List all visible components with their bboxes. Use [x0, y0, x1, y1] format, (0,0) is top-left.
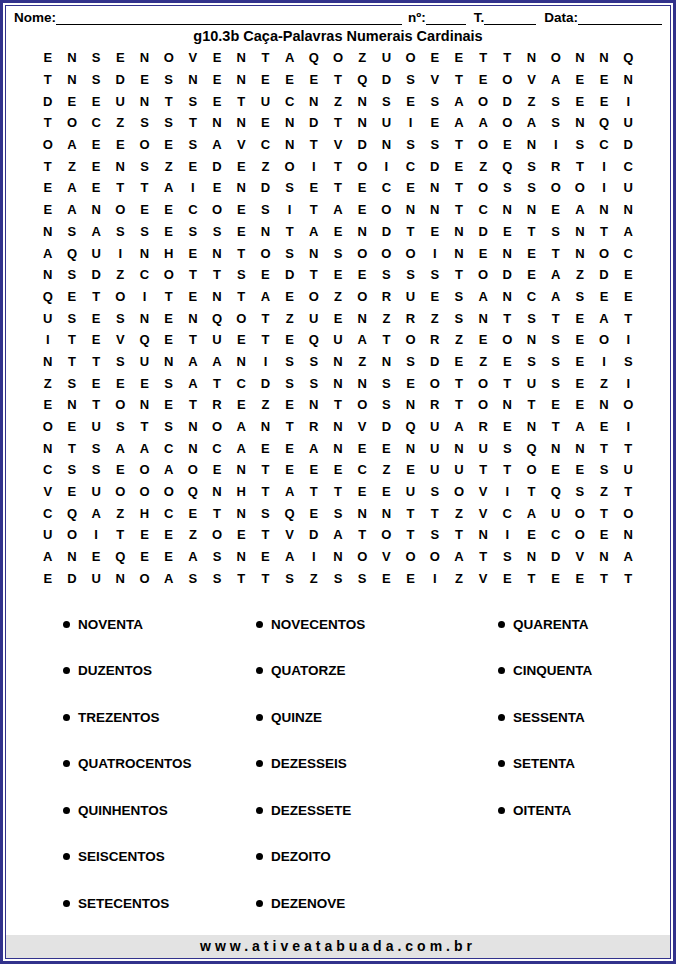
- grid-cell-r16c15[interactable]: S: [374, 372, 398, 394]
- grid-cell-r14c21[interactable]: N: [519, 329, 543, 351]
- grid-cell-r18c9[interactable]: A: [229, 416, 253, 438]
- grid-cell-r9c14[interactable]: N: [350, 221, 374, 243]
- grid-cell-r9c2[interactable]: S: [60, 221, 84, 243]
- grid-cell-r9c8[interactable]: S: [205, 221, 229, 243]
- grid-cell-r25c22[interactable]: E: [544, 568, 568, 590]
- grid-cell-r25c20[interactable]: E: [495, 568, 519, 590]
- grid-cell-r5c25[interactable]: D: [616, 134, 640, 156]
- grid-cell-r20c17[interactable]: U: [423, 459, 447, 481]
- grid-cell-r13c4[interactable]: S: [108, 307, 132, 329]
- grid-cell-r15c20[interactable]: E: [495, 351, 519, 373]
- grid-cell-r6c10[interactable]: Z: [253, 155, 277, 177]
- grid-cell-r3c5[interactable]: N: [132, 90, 156, 112]
- grid-cell-r17c17[interactable]: R: [423, 394, 447, 416]
- grid-cell-r2c10[interactable]: E: [253, 69, 277, 91]
- grid-cell-r25c23[interactable]: E: [568, 568, 592, 590]
- grid-cell-r8c11[interactable]: I: [278, 199, 302, 221]
- grid-cell-r11c24[interactable]: D: [592, 264, 616, 286]
- grid-cell-r24c4[interactable]: Q: [108, 546, 132, 568]
- grid-cell-r17c24[interactable]: N: [592, 394, 616, 416]
- grid-cell-r25c14[interactable]: S: [350, 568, 374, 590]
- grid-cell-r10c5[interactable]: N: [132, 242, 156, 264]
- grid-cell-r16c16[interactable]: E: [398, 372, 422, 394]
- grid-cell-r8c8[interactable]: O: [205, 199, 229, 221]
- grid-cell-r8c1[interactable]: E: [36, 199, 60, 221]
- grid-cell-r24c17[interactable]: O: [423, 546, 447, 568]
- grid-cell-r15c16[interactable]: S: [398, 351, 422, 373]
- grid-cell-r18c4[interactable]: S: [108, 416, 132, 438]
- grid-cell-r14c12[interactable]: Q: [302, 329, 326, 351]
- grid-cell-r10c4[interactable]: I: [108, 242, 132, 264]
- word-item-dezessete[interactable]: DEZESSETE: [256, 787, 498, 834]
- grid-cell-r6c25[interactable]: C: [616, 155, 640, 177]
- word-item-quatrocentos[interactable]: QUATROCENTOS: [63, 741, 256, 788]
- grid-cell-r10c13[interactable]: S: [326, 242, 350, 264]
- grid-cell-r19c6[interactable]: C: [157, 437, 181, 459]
- grid-cell-r22c2[interactable]: Q: [60, 502, 84, 524]
- grid-cell-r25c10[interactable]: T: [253, 568, 277, 590]
- grid-cell-r11c11[interactable]: D: [278, 264, 302, 286]
- grid-cell-r15c11[interactable]: S: [278, 351, 302, 373]
- grid-cell-r5c20[interactable]: E: [495, 134, 519, 156]
- grid-cell-r7c13[interactable]: T: [326, 177, 350, 199]
- grid-cell-r22c22[interactable]: U: [544, 502, 568, 524]
- grid-cell-r14c11[interactable]: E: [278, 329, 302, 351]
- grid-cell-r24c6[interactable]: E: [157, 546, 181, 568]
- grid-cell-r2c4[interactable]: D: [108, 69, 132, 91]
- grid-cell-r23c1[interactable]: U: [36, 524, 60, 546]
- grid-cell-r18c18[interactable]: A: [447, 416, 471, 438]
- grid-cell-r18c17[interactable]: U: [423, 416, 447, 438]
- grid-cell-r6c1[interactable]: T: [36, 155, 60, 177]
- grid-cell-r16c1[interactable]: Z: [36, 372, 60, 394]
- grid-cell-r19c19[interactable]: U: [471, 437, 495, 459]
- grid-cell-r16c13[interactable]: N: [326, 372, 350, 394]
- grid-cell-r18c15[interactable]: D: [374, 416, 398, 438]
- grid-cell-r18c21[interactable]: N: [519, 416, 543, 438]
- grid-cell-r7c6[interactable]: A: [157, 177, 181, 199]
- grid-cell-r13c5[interactable]: N: [132, 307, 156, 329]
- grid-cell-r20c7[interactable]: O: [181, 459, 205, 481]
- grid-cell-r16c14[interactable]: N: [350, 372, 374, 394]
- grid-cell-r10c12[interactable]: N: [302, 242, 326, 264]
- grid-cell-r19c25[interactable]: T: [616, 437, 640, 459]
- grid-cell-r8c4[interactable]: O: [108, 199, 132, 221]
- grid-cell-r18c24[interactable]: E: [592, 416, 616, 438]
- grid-cell-r2c24[interactable]: E: [592, 69, 616, 91]
- grid-cell-r22c5[interactable]: H: [132, 502, 156, 524]
- grid-cell-r24c14[interactable]: O: [350, 546, 374, 568]
- grid-cell-r18c14[interactable]: V: [350, 416, 374, 438]
- grid-cell-r23c10[interactable]: T: [253, 524, 277, 546]
- grid-cell-r1c14[interactable]: Z: [350, 47, 374, 69]
- grid-cell-r17c7[interactable]: T: [181, 394, 205, 416]
- grid-cell-r4c4[interactable]: Z: [108, 112, 132, 134]
- grid-cell-r6c12[interactable]: I: [302, 155, 326, 177]
- grid-cell-r6c11[interactable]: O: [278, 155, 302, 177]
- grid-cell-r21c14[interactable]: E: [350, 481, 374, 503]
- grid-cell-r7c22[interactable]: O: [544, 177, 568, 199]
- grid-cell-r20c3[interactable]: S: [84, 459, 108, 481]
- grid-cell-r21c10[interactable]: T: [253, 481, 277, 503]
- grid-cell-r17c5[interactable]: N: [132, 394, 156, 416]
- grid-cell-r15c14[interactable]: Z: [350, 351, 374, 373]
- grid-cell-r24c16[interactable]: O: [398, 546, 422, 568]
- grid-cell-r2c23[interactable]: E: [568, 69, 592, 91]
- grid-cell-r15c15[interactable]: N: [374, 351, 398, 373]
- grid-cell-r14c23[interactable]: E: [568, 329, 592, 351]
- grid-cell-r2c20[interactable]: O: [495, 69, 519, 91]
- grid-cell-r25c15[interactable]: E: [374, 568, 398, 590]
- grid-cell-r14c10[interactable]: T: [253, 329, 277, 351]
- grid-cell-r23c13[interactable]: A: [326, 524, 350, 546]
- grid-cell-r17c11[interactable]: E: [278, 394, 302, 416]
- grid-cell-r8c3[interactable]: N: [84, 199, 108, 221]
- grid-cell-r15c17[interactable]: D: [423, 351, 447, 373]
- grid-cell-r11c18[interactable]: T: [447, 264, 471, 286]
- grid-cell-r22c17[interactable]: T: [423, 502, 447, 524]
- grid-cell-r6c13[interactable]: T: [326, 155, 350, 177]
- grid-cell-r18c11[interactable]: T: [278, 416, 302, 438]
- grid-cell-r11c16[interactable]: S: [398, 264, 422, 286]
- grid-cell-r23c23[interactable]: O: [568, 524, 592, 546]
- grid-cell-r1c15[interactable]: U: [374, 47, 398, 69]
- grid-cell-r21c23[interactable]: S: [568, 481, 592, 503]
- grid-cell-r15c7[interactable]: A: [181, 351, 205, 373]
- grid-cell-r13c1[interactable]: U: [36, 307, 60, 329]
- grid-cell-r10c14[interactable]: O: [350, 242, 374, 264]
- grid-cell-r19c5[interactable]: A: [132, 437, 156, 459]
- grid-cell-r18c10[interactable]: N: [253, 416, 277, 438]
- grid-cell-r21c21[interactable]: T: [519, 481, 543, 503]
- grid-cell-r5c8[interactable]: A: [205, 134, 229, 156]
- grid-cell-r7c7[interactable]: I: [181, 177, 205, 199]
- grid-cell-r9c4[interactable]: S: [108, 221, 132, 243]
- grid-cell-r23c3[interactable]: I: [84, 524, 108, 546]
- grid-cell-r6c6[interactable]: Z: [157, 155, 181, 177]
- grid-cell-r3c22[interactable]: S: [544, 90, 568, 112]
- grid-cell-r5c14[interactable]: D: [350, 134, 374, 156]
- grid-cell-r9c15[interactable]: D: [374, 221, 398, 243]
- grid-cell-r19c16[interactable]: N: [398, 437, 422, 459]
- grid-cell-r18c20[interactable]: E: [495, 416, 519, 438]
- grid-cell-r23c8[interactable]: O: [205, 524, 229, 546]
- grid-cell-r17c9[interactable]: E: [229, 394, 253, 416]
- grid-cell-r25c9[interactable]: T: [229, 568, 253, 590]
- grid-cell-r16c22[interactable]: S: [544, 372, 568, 394]
- grid-cell-r5c1[interactable]: O: [36, 134, 60, 156]
- grid-cell-r14c24[interactable]: O: [592, 329, 616, 351]
- grid-cell-r15c8[interactable]: A: [205, 351, 229, 373]
- grid-cell-r12c15[interactable]: R: [374, 286, 398, 308]
- grid-cell-r4c13[interactable]: T: [326, 112, 350, 134]
- grid-cell-r24c20[interactable]: S: [495, 546, 519, 568]
- grid-cell-r18c3[interactable]: U: [84, 416, 108, 438]
- grid-cell-r13c18[interactable]: S: [447, 307, 471, 329]
- grid-cell-r21c19[interactable]: V: [471, 481, 495, 503]
- grid-cell-r12c9[interactable]: T: [229, 286, 253, 308]
- grid-cell-r24c1[interactable]: A: [36, 546, 60, 568]
- grid-cell-r13c3[interactable]: E: [84, 307, 108, 329]
- grid-cell-r19c8[interactable]: C: [205, 437, 229, 459]
- grid-cell-r15c10[interactable]: I: [253, 351, 277, 373]
- grid-cell-r16c19[interactable]: O: [471, 372, 495, 394]
- grid-cell-r14c13[interactable]: U: [326, 329, 350, 351]
- grid-cell-r17c2[interactable]: N: [60, 394, 84, 416]
- grid-cell-r4c19[interactable]: A: [471, 112, 495, 134]
- grid-cell-r12c6[interactable]: T: [157, 286, 181, 308]
- grid-cell-r19c17[interactable]: U: [423, 437, 447, 459]
- grid-cell-r24c9[interactable]: N: [229, 546, 253, 568]
- grid-cell-r18c16[interactable]: Q: [398, 416, 422, 438]
- grid-cell-r9c22[interactable]: S: [544, 221, 568, 243]
- grid-cell-r20c14[interactable]: C: [350, 459, 374, 481]
- grid-cell-r13c9[interactable]: O: [229, 307, 253, 329]
- grid-cell-r12c20[interactable]: N: [495, 286, 519, 308]
- grid-cell-r14c4[interactable]: V: [108, 329, 132, 351]
- word-item-trezentos[interactable]: TREZENTOS: [63, 694, 256, 741]
- grid-cell-r9c24[interactable]: T: [592, 221, 616, 243]
- grid-cell-r20c5[interactable]: O: [132, 459, 156, 481]
- word-item-setenta[interactable]: SETENTA: [498, 741, 670, 788]
- grid-cell-r4c3[interactable]: C: [84, 112, 108, 134]
- grid-cell-r7c19[interactable]: O: [471, 177, 495, 199]
- grid-cell-r17c21[interactable]: T: [519, 394, 543, 416]
- grid-cell-r21c22[interactable]: Q: [544, 481, 568, 503]
- grid-cell-r24c2[interactable]: N: [60, 546, 84, 568]
- grid-cell-r24c8[interactable]: S: [205, 546, 229, 568]
- grid-cell-r3c8[interactable]: E: [205, 90, 229, 112]
- grid-cell-r14c3[interactable]: E: [84, 329, 108, 351]
- grid-cell-r6c18[interactable]: E: [447, 155, 471, 177]
- grid-cell-r8c21[interactable]: N: [519, 199, 543, 221]
- grid-cell-r20c20[interactable]: T: [495, 459, 519, 481]
- grid-cell-r7c23[interactable]: O: [568, 177, 592, 199]
- grid-cell-r4c2[interactable]: O: [60, 112, 84, 134]
- numero-blank-field[interactable]: [426, 10, 466, 25]
- grid-cell-r6c14[interactable]: O: [350, 155, 374, 177]
- grid-cell-r23c4[interactable]: T: [108, 524, 132, 546]
- grid-cell-r14c1[interactable]: I: [36, 329, 60, 351]
- word-item-quarenta[interactable]: QUARENTA: [498, 601, 670, 648]
- grid-cell-r8c16[interactable]: N: [398, 199, 422, 221]
- grid-cell-r11c10[interactable]: E: [253, 264, 277, 286]
- grid-cell-r9c10[interactable]: N: [253, 221, 277, 243]
- grid-cell-r12c23[interactable]: S: [568, 286, 592, 308]
- grid-cell-r24c24[interactable]: N: [592, 546, 616, 568]
- grid-cell-r19c4[interactable]: A: [108, 437, 132, 459]
- grid-cell-r20c16[interactable]: E: [398, 459, 422, 481]
- grid-cell-r13c8[interactable]: Q: [205, 307, 229, 329]
- word-item-dezesseis[interactable]: DEZESSEIS: [256, 741, 498, 788]
- grid-cell-r12c25[interactable]: E: [616, 286, 640, 308]
- grid-cell-r9c18[interactable]: N: [447, 221, 471, 243]
- word-item-quatorze[interactable]: QUATORZE: [256, 648, 498, 695]
- grid-cell-r6c3[interactable]: E: [84, 155, 108, 177]
- grid-cell-r21c7[interactable]: Q: [181, 481, 205, 503]
- grid-cell-r11c1[interactable]: N: [36, 264, 60, 286]
- grid-cell-r14c14[interactable]: A: [350, 329, 374, 351]
- grid-cell-r17c4[interactable]: O: [108, 394, 132, 416]
- grid-cell-r2c11[interactable]: E: [278, 69, 302, 91]
- grid-cell-r16c25[interactable]: I: [616, 372, 640, 394]
- grid-cell-r3c13[interactable]: Z: [326, 90, 350, 112]
- grid-cell-r4c8[interactable]: N: [205, 112, 229, 134]
- grid-cell-r22c12[interactable]: E: [302, 502, 326, 524]
- grid-cell-r24c3[interactable]: E: [84, 546, 108, 568]
- grid-cell-r10c25[interactable]: C: [616, 242, 640, 264]
- grid-cell-r16c18[interactable]: T: [447, 372, 471, 394]
- grid-cell-r10c11[interactable]: S: [278, 242, 302, 264]
- grid-cell-r21c11[interactable]: A: [278, 481, 302, 503]
- grid-cell-r11c19[interactable]: O: [471, 264, 495, 286]
- grid-cell-r12c7[interactable]: E: [181, 286, 205, 308]
- grid-cell-r19c1[interactable]: N: [36, 437, 60, 459]
- grid-cell-r7c18[interactable]: T: [447, 177, 471, 199]
- grid-cell-r5c15[interactable]: N: [374, 134, 398, 156]
- word-item-novecentos[interactable]: NOVECENTOS: [256, 601, 498, 648]
- grid-cell-r15c12[interactable]: S: [302, 351, 326, 373]
- grid-cell-r8c17[interactable]: N: [423, 199, 447, 221]
- grid-cell-r25c6[interactable]: A: [157, 568, 181, 590]
- grid-cell-r11c22[interactable]: A: [544, 264, 568, 286]
- grid-cell-r13c13[interactable]: E: [326, 307, 350, 329]
- grid-cell-r1c9[interactable]: N: [229, 47, 253, 69]
- grid-cell-r14c16[interactable]: O: [398, 329, 422, 351]
- grid-cell-r24c21[interactable]: N: [519, 546, 543, 568]
- grid-cell-r3c19[interactable]: O: [471, 90, 495, 112]
- grid-cell-r9c25[interactable]: A: [616, 221, 640, 243]
- grid-cell-r19c18[interactable]: N: [447, 437, 471, 459]
- grid-cell-r8c23[interactable]: A: [568, 199, 592, 221]
- grid-cell-r5c4[interactable]: E: [108, 134, 132, 156]
- grid-cell-r11c5[interactable]: C: [132, 264, 156, 286]
- grid-cell-r10c20[interactable]: N: [495, 242, 519, 264]
- grid-cell-r3c16[interactable]: E: [398, 90, 422, 112]
- grid-cell-r16c20[interactable]: T: [495, 372, 519, 394]
- grid-cell-r7c21[interactable]: S: [519, 177, 543, 199]
- grid-cell-r16c3[interactable]: E: [84, 372, 108, 394]
- grid-cell-r1c24[interactable]: N: [592, 47, 616, 69]
- grid-cell-r2c5[interactable]: E: [132, 69, 156, 91]
- grid-cell-r11c3[interactable]: D: [84, 264, 108, 286]
- grid-cell-r8c25[interactable]: N: [616, 199, 640, 221]
- grid-cell-r25c5[interactable]: O: [132, 568, 156, 590]
- grid-cell-r23c15[interactable]: O: [374, 524, 398, 546]
- grid-cell-r20c13[interactable]: E: [326, 459, 350, 481]
- grid-cell-r8c22[interactable]: E: [544, 199, 568, 221]
- grid-cell-r17c18[interactable]: T: [447, 394, 471, 416]
- grid-cell-r22c21[interactable]: A: [519, 502, 543, 524]
- grid-cell-r1c10[interactable]: T: [253, 47, 277, 69]
- grid-cell-r3c14[interactable]: N: [350, 90, 374, 112]
- grid-cell-r22c13[interactable]: S: [326, 502, 350, 524]
- grid-cell-r5c21[interactable]: N: [519, 134, 543, 156]
- grid-cell-r2c25[interactable]: N: [616, 69, 640, 91]
- grid-cell-r16c17[interactable]: O: [423, 372, 447, 394]
- grid-cell-r23c14[interactable]: T: [350, 524, 374, 546]
- grid-cell-r14c19[interactable]: E: [471, 329, 495, 351]
- grid-cell-r21c15[interactable]: E: [374, 481, 398, 503]
- grid-cell-r6c17[interactable]: D: [423, 155, 447, 177]
- grid-cell-r20c22[interactable]: E: [544, 459, 568, 481]
- grid-cell-r17c14[interactable]: O: [350, 394, 374, 416]
- grid-cell-r25c1[interactable]: E: [36, 568, 60, 590]
- grid-cell-r18c2[interactable]: E: [60, 416, 84, 438]
- grid-cell-r12c1[interactable]: Q: [36, 286, 60, 308]
- grid-cell-r6c21[interactable]: S: [519, 155, 543, 177]
- grid-cell-r24c18[interactable]: A: [447, 546, 471, 568]
- grid-cell-r22c11[interactable]: Q: [278, 502, 302, 524]
- grid-cell-r19c24[interactable]: T: [592, 437, 616, 459]
- grid-cell-r24c10[interactable]: E: [253, 546, 277, 568]
- grid-cell-r19c10[interactable]: E: [253, 437, 277, 459]
- grid-cell-r25c8[interactable]: S: [205, 568, 229, 590]
- grid-cell-r8c12[interactable]: T: [302, 199, 326, 221]
- grid-cell-r18c1[interactable]: O: [36, 416, 60, 438]
- grid-cell-r3c12[interactable]: N: [302, 90, 326, 112]
- grid-cell-r12c24[interactable]: E: [592, 286, 616, 308]
- grid-cell-r11c12[interactable]: T: [302, 264, 326, 286]
- grid-cell-r21c9[interactable]: H: [229, 481, 253, 503]
- grid-cell-r23c21[interactable]: E: [519, 524, 543, 546]
- grid-cell-r2c22[interactable]: A: [544, 69, 568, 91]
- grid-cell-r6c22[interactable]: R: [544, 155, 568, 177]
- grid-cell-r15c23[interactable]: E: [568, 351, 592, 373]
- grid-cell-r22c19[interactable]: V: [471, 502, 495, 524]
- grid-cell-r13c14[interactable]: N: [350, 307, 374, 329]
- grid-cell-r23c6[interactable]: E: [157, 524, 181, 546]
- word-item-setecentos[interactable]: SETECENTOS: [63, 880, 256, 927]
- grid-cell-r23c12[interactable]: D: [302, 524, 326, 546]
- grid-cell-r1c7[interactable]: V: [181, 47, 205, 69]
- grid-cell-r21c2[interactable]: E: [60, 481, 84, 503]
- grid-cell-r19c15[interactable]: E: [374, 437, 398, 459]
- grid-cell-r16c2[interactable]: S: [60, 372, 84, 394]
- grid-cell-r4c15[interactable]: U: [374, 112, 398, 134]
- grid-cell-r10c10[interactable]: O: [253, 242, 277, 264]
- grid-cell-r8c14[interactable]: E: [350, 199, 374, 221]
- grid-cell-r19c3[interactable]: S: [84, 437, 108, 459]
- grid-cell-r3c6[interactable]: T: [157, 90, 181, 112]
- grid-cell-r14c15[interactable]: T: [374, 329, 398, 351]
- grid-cell-r25c12[interactable]: Z: [302, 568, 326, 590]
- grid-cell-r25c4[interactable]: N: [108, 568, 132, 590]
- grid-cell-r25c19[interactable]: V: [471, 568, 495, 590]
- grid-cell-r10c18[interactable]: N: [447, 242, 471, 264]
- grid-cell-r9c13[interactable]: E: [326, 221, 350, 243]
- grid-cell-r17c15[interactable]: S: [374, 394, 398, 416]
- grid-cell-r7c11[interactable]: S: [278, 177, 302, 199]
- grid-cell-r12c3[interactable]: T: [84, 286, 108, 308]
- grid-cell-r8c5[interactable]: E: [132, 199, 156, 221]
- grid-cell-r7c5[interactable]: T: [132, 177, 156, 199]
- grid-cell-r5c17[interactable]: S: [423, 134, 447, 156]
- grid-cell-r5c19[interactable]: O: [471, 134, 495, 156]
- grid-cell-r23c24[interactable]: E: [592, 524, 616, 546]
- grid-cell-r19c22[interactable]: N: [544, 437, 568, 459]
- grid-cell-r19c13[interactable]: N: [326, 437, 350, 459]
- grid-cell-r18c13[interactable]: N: [326, 416, 350, 438]
- grid-cell-r18c5[interactable]: T: [132, 416, 156, 438]
- grid-cell-r5c2[interactable]: A: [60, 134, 84, 156]
- grid-cell-r20c4[interactable]: E: [108, 459, 132, 481]
- grid-cell-r8c13[interactable]: A: [326, 199, 350, 221]
- grid-cell-r12c22[interactable]: A: [544, 286, 568, 308]
- grid-cell-r10c3[interactable]: U: [84, 242, 108, 264]
- grid-cell-r22c15[interactable]: N: [374, 502, 398, 524]
- grid-cell-r1c3[interactable]: S: [84, 47, 108, 69]
